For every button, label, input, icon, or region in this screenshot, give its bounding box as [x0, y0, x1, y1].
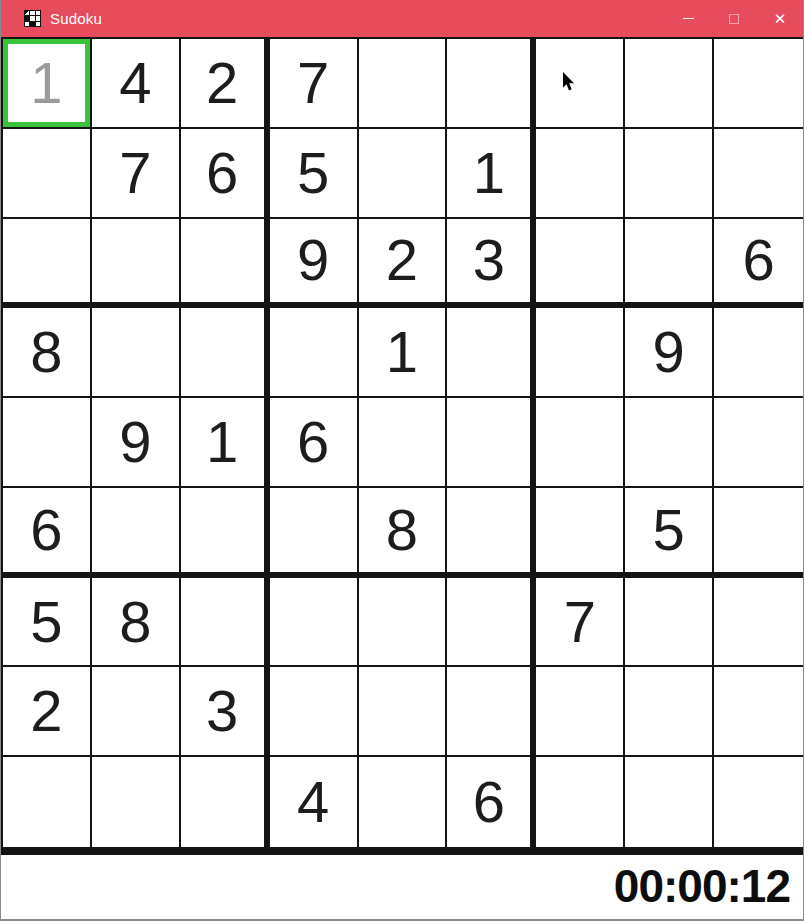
cell-r8c9[interactable] — [714, 667, 803, 757]
cell-r8c2[interactable] — [92, 667, 181, 757]
cell-r2c5[interactable] — [359, 129, 448, 219]
minimize-icon — [683, 18, 694, 19]
cell-r4c7[interactable] — [536, 308, 625, 398]
cell-r1c4[interactable]: 7 — [270, 39, 359, 129]
cell-r4c5[interactable]: 1 — [359, 308, 448, 398]
cell-r5c4[interactable]: 6 — [270, 398, 359, 488]
cell-r4c2[interactable] — [92, 308, 181, 398]
cell-r8c1[interactable]: 2 — [3, 667, 92, 757]
cell-r2c8[interactable] — [625, 129, 714, 219]
cell-r7c6[interactable] — [447, 578, 536, 668]
cell-r7c1[interactable]: 5 — [3, 578, 92, 668]
cell-r1c2[interactable]: 4 — [92, 39, 181, 129]
cell-r3c9[interactable]: 6 — [714, 219, 803, 309]
cell-r5c7[interactable] — [536, 398, 625, 488]
cell-r3c6[interactable]: 3 — [447, 219, 536, 309]
cell-r6c1[interactable]: 6 — [3, 488, 92, 578]
cell-r2c3[interactable]: 6 — [181, 129, 270, 219]
cell-r1c7[interactable] — [536, 39, 625, 129]
cell-r9c3[interactable] — [181, 757, 270, 847]
cell-r7c5[interactable] — [359, 578, 448, 668]
cell-r2c1[interactable] — [3, 129, 92, 219]
cell-r2c2[interactable]: 7 — [92, 129, 181, 219]
cell-r7c4[interactable] — [270, 578, 359, 668]
cell-r8c4[interactable] — [270, 667, 359, 757]
cell-r2c9[interactable] — [714, 129, 803, 219]
sudoku-board: 1427765192368199166855872346 — [1, 37, 804, 855]
cell-r8c8[interactable] — [625, 667, 714, 757]
cell-r3c8[interactable] — [625, 219, 714, 309]
cell-r6c4[interactable] — [270, 488, 359, 578]
cell-r6c9[interactable] — [714, 488, 803, 578]
sudoku-app-icon — [24, 10, 41, 27]
cell-r1c6[interactable] — [447, 39, 536, 129]
cell-r8c3[interactable]: 3 — [181, 667, 270, 757]
cell-r4c6[interactable] — [447, 308, 536, 398]
cell-r3c7[interactable] — [536, 219, 625, 309]
cell-r5c5[interactable] — [359, 398, 448, 488]
cell-r4c1[interactable]: 8 — [3, 308, 92, 398]
cell-r8c6[interactable] — [447, 667, 536, 757]
game-timer: 00:00:12 — [614, 863, 790, 909]
cell-r7c8[interactable] — [625, 578, 714, 668]
cell-r5c1[interactable] — [3, 398, 92, 488]
cell-r6c5[interactable]: 8 — [359, 488, 448, 578]
cell-r2c6[interactable]: 1 — [447, 129, 536, 219]
sudoku-window: Sudoku ✕ 1427765192368199166855872346 00… — [0, 0, 804, 921]
cell-r6c2[interactable] — [92, 488, 181, 578]
cell-r1c8[interactable] — [625, 39, 714, 129]
close-icon: ✕ — [774, 11, 787, 26]
cell-r6c3[interactable] — [181, 488, 270, 578]
cell-r3c5[interactable]: 2 — [359, 219, 448, 309]
cell-r4c8[interactable]: 9 — [625, 308, 714, 398]
cell-r9c5[interactable] — [359, 757, 448, 847]
cell-r7c7[interactable]: 7 — [536, 578, 625, 668]
cell-r4c9[interactable] — [714, 308, 803, 398]
cell-r8c5[interactable] — [359, 667, 448, 757]
cell-r2c7[interactable] — [536, 129, 625, 219]
minimize-button[interactable] — [665, 0, 711, 37]
cell-r4c3[interactable] — [181, 308, 270, 398]
window-title: Sudoku — [50, 10, 102, 27]
cell-r9c6[interactable]: 6 — [447, 757, 536, 847]
cell-r6c8[interactable]: 5 — [625, 488, 714, 578]
cell-r5c3[interactable]: 1 — [181, 398, 270, 488]
cell-r9c2[interactable] — [92, 757, 181, 847]
cell-r9c7[interactable] — [536, 757, 625, 847]
cell-r9c4[interactable]: 4 — [270, 757, 359, 847]
cell-r5c8[interactable] — [625, 398, 714, 488]
maximize-icon — [729, 14, 739, 24]
cell-r3c1[interactable] — [3, 219, 92, 309]
cell-r7c3[interactable] — [181, 578, 270, 668]
cell-r5c2[interactable]: 9 — [92, 398, 181, 488]
cell-r9c8[interactable] — [625, 757, 714, 847]
cell-r1c9[interactable] — [714, 39, 803, 129]
cell-r9c1[interactable] — [3, 757, 92, 847]
cell-r5c9[interactable] — [714, 398, 803, 488]
cell-r3c4[interactable]: 9 — [270, 219, 359, 309]
cell-r3c3[interactable] — [181, 219, 270, 309]
cell-r1c3[interactable]: 2 — [181, 39, 270, 129]
cell-r9c9[interactable] — [714, 757, 803, 847]
cell-r2c4[interactable]: 5 — [270, 129, 359, 219]
cell-r7c2[interactable]: 8 — [92, 578, 181, 668]
cell-r3c2[interactable] — [92, 219, 181, 309]
cell-r1c5[interactable] — [359, 39, 448, 129]
maximize-button[interactable] — [711, 0, 757, 37]
cell-r5c6[interactable] — [447, 398, 536, 488]
cell-r1c1[interactable]: 1 — [3, 39, 92, 129]
cell-r6c7[interactable] — [536, 488, 625, 578]
title-bar: Sudoku ✕ — [1, 0, 803, 37]
cell-r8c7[interactable] — [536, 667, 625, 757]
status-bar: 00:00:12 — [1, 855, 803, 917]
cell-r6c6[interactable] — [447, 488, 536, 578]
cell-r7c9[interactable] — [714, 578, 803, 668]
cell-r4c4[interactable] — [270, 308, 359, 398]
close-button[interactable]: ✕ — [757, 0, 803, 37]
